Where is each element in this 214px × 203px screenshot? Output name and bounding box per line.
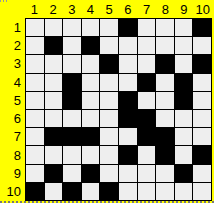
cell-r1c2[interactable] [45,19,63,36]
cell-r5c5[interactable] [100,92,118,109]
cell-r8c1[interactable] [26,146,44,163]
cell-r3c1[interactable] [26,55,44,72]
col-label-8: 8 [156,0,175,18]
cell-r8c10[interactable] [193,146,211,163]
cell-r5c7[interactable] [138,92,156,109]
cell-r9c9[interactable] [175,165,193,182]
cell-r6c6[interactable] [119,110,137,127]
col-label-5: 5 [100,0,119,18]
row-label-5: 5 [0,91,25,109]
cell-r8c4[interactable] [82,146,100,163]
cell-r3c7[interactable] [138,55,156,72]
col-label-3: 3 [62,0,81,18]
cell-r9c6[interactable] [119,165,137,182]
cell-r3c6[interactable] [119,55,137,72]
cell-r3c8[interactable] [156,55,174,72]
row-label-2: 2 [0,36,25,54]
cell-r8c2[interactable] [45,146,63,163]
cell-r4c6[interactable] [119,74,137,91]
cell-r5c2[interactable] [45,92,63,109]
cell-r1c9[interactable] [175,19,193,36]
cell-r8c6[interactable] [119,146,137,163]
row-label-10: 10 [0,183,25,201]
cell-r10c4[interactable] [82,183,100,200]
selection-dots-bottom [0,201,214,203]
cell-r5c1[interactable] [26,92,44,109]
cell-r5c9[interactable] [175,92,193,109]
cell-r3c2[interactable] [45,55,63,72]
cell-r2c6[interactable] [119,37,137,54]
cell-r2c1[interactable] [26,37,44,54]
cell-r6c8[interactable] [156,110,174,127]
col-label-1: 1 [25,0,44,18]
cell-r4c7[interactable] [138,74,156,91]
cell-r10c9[interactable] [175,183,193,200]
cell-r10c5[interactable] [100,183,118,200]
cell-r10c6[interactable] [119,183,137,200]
cell-r10c3[interactable] [63,183,81,200]
cell-r10c10[interactable] [193,183,211,200]
row-labels: 12345678910 [0,18,25,201]
cell-r6c9[interactable] [175,110,193,127]
cell-r7c7[interactable] [138,128,156,145]
cell-r7c1[interactable] [26,128,44,145]
cell-r6c1[interactable] [26,110,44,127]
cell-r10c8[interactable] [156,183,174,200]
cell-r7c10[interactable] [193,128,211,145]
row-label-1: 1 [0,18,25,36]
cell-r9c7[interactable] [138,165,156,182]
cell-r2c3[interactable] [63,37,81,54]
cell-r9c4[interactable] [82,165,100,182]
cell-r5c10[interactable] [193,92,211,109]
cell-r1c3[interactable] [63,19,81,36]
cell-r4c3[interactable] [63,74,81,91]
cell-r2c9[interactable] [175,37,193,54]
cell-r4c4[interactable] [82,74,100,91]
row-label-6: 6 [0,109,25,127]
cell-r2c10[interactable] [193,37,211,54]
cell-r4c2[interactable] [45,74,63,91]
col-label-10: 10 [193,0,212,18]
cell-r4c10[interactable] [193,74,211,91]
cell-r4c8[interactable] [156,74,174,91]
cell-r2c4[interactable] [82,37,100,54]
cell-r9c1[interactable] [26,165,44,182]
puzzle-board: 12345678910 12345678910 [0,0,214,203]
row-label-8: 8 [0,146,25,164]
cell-r7c6[interactable] [119,128,137,145]
cell-r8c8[interactable] [156,146,174,163]
cell-r6c2[interactable] [45,110,63,127]
cell-r3c10[interactable] [193,55,211,72]
selection-dots-corner [0,0,8,2]
cell-r5c3[interactable] [63,92,81,109]
column-labels: 12345678910 [25,0,212,18]
cell-r1c6[interactable] [119,19,137,36]
cell-r8c7[interactable] [138,146,156,163]
cell-r3c5[interactable] [100,55,118,72]
cell-r1c7[interactable] [138,19,156,36]
cell-r4c1[interactable] [26,74,44,91]
row-label-3: 3 [0,55,25,73]
cell-r4c9[interactable] [175,74,193,91]
cell-r5c4[interactable] [82,92,100,109]
cell-r2c7[interactable] [138,37,156,54]
cell-r4c5[interactable] [100,74,118,91]
cell-r5c8[interactable] [156,92,174,109]
col-label-7: 7 [137,0,156,18]
cell-r10c7[interactable] [138,183,156,200]
cell-r6c5[interactable] [100,110,118,127]
cell-r6c4[interactable] [82,110,100,127]
cell-r6c7[interactable] [138,110,156,127]
cell-r7c5[interactable] [100,128,118,145]
col-label-4: 4 [81,0,100,18]
cell-r1c8[interactable] [156,19,174,36]
cell-r7c8[interactable] [156,128,174,145]
row-label-4: 4 [0,73,25,91]
cell-r6c10[interactable] [193,110,211,127]
cell-r1c5[interactable] [100,19,118,36]
cell-r9c10[interactable] [193,165,211,182]
cell-r2c8[interactable] [156,37,174,54]
cell-r10c2[interactable] [45,183,63,200]
cell-r7c9[interactable] [175,128,193,145]
puzzle-grid [25,18,212,201]
cell-r7c2[interactable] [45,128,63,145]
cell-r3c4[interactable] [82,55,100,72]
cell-r9c5[interactable] [100,165,118,182]
cell-r6c3[interactable] [63,110,81,127]
cell-r1c10[interactable] [193,19,211,36]
cell-r7c3[interactable] [63,128,81,145]
col-label-2: 2 [44,0,63,18]
row-label-9: 9 [0,164,25,182]
cell-r5c6[interactable] [119,92,137,109]
cell-r8c9[interactable] [175,146,193,163]
row-label-7: 7 [0,128,25,146]
cell-r1c4[interactable] [82,19,100,36]
cell-r8c5[interactable] [100,146,118,163]
cell-r9c3[interactable] [63,165,81,182]
cell-r2c2[interactable] [45,37,63,54]
cell-r9c2[interactable] [45,165,63,182]
cell-r2c5[interactable] [100,37,118,54]
cell-r9c8[interactable] [156,165,174,182]
cell-r3c9[interactable] [175,55,193,72]
col-label-9: 9 [175,0,194,18]
cell-r1c1[interactable] [26,19,44,36]
col-label-6: 6 [119,0,138,18]
cell-r8c3[interactable] [63,146,81,163]
cell-r3c3[interactable] [63,55,81,72]
cell-r7c4[interactable] [82,128,100,145]
cell-r10c1[interactable] [26,183,44,200]
